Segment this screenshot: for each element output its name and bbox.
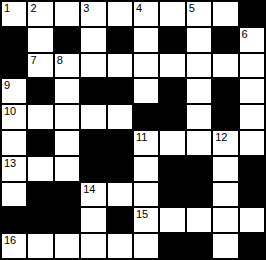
clue-number-11: 11 <box>136 131 147 144</box>
block-cell-r4c2 <box>28 79 52 103</box>
letter-cell-r5c5[interactable] <box>108 105 132 129</box>
letter-cell-r5c4[interactable] <box>81 105 105 129</box>
letter-cell-r10c9[interactable] <box>213 234 237 258</box>
letter-cell-r8c1[interactable] <box>2 183 26 207</box>
block-cell-r8c2 <box>28 183 52 207</box>
block-cell-r6c5 <box>108 131 132 155</box>
letter-cell-r6c9[interactable]: 12 <box>213 131 237 155</box>
letter-cell-r9c10[interactable] <box>240 208 264 232</box>
letter-cell-r9c7[interactable] <box>160 208 184 232</box>
block-cell-r9c1 <box>2 208 26 232</box>
letter-cell-r9c9[interactable] <box>213 208 237 232</box>
letter-cell-r2c10[interactable]: 6 <box>240 28 264 52</box>
letter-cell-r4c1[interactable]: 9 <box>2 79 26 103</box>
block-cell-r9c2 <box>28 208 52 232</box>
letter-cell-r2c6[interactable] <box>134 28 158 52</box>
block-cell-r3c1 <box>2 54 26 78</box>
block-cell-r7c10 <box>240 157 264 181</box>
letter-cell-r9c8[interactable] <box>187 208 211 232</box>
letter-cell-r1c1[interactable]: 1 <box>2 2 26 26</box>
block-cell-r10c8 <box>187 234 211 258</box>
block-cell-r2c9 <box>213 28 237 52</box>
letter-cell-r1c5[interactable] <box>108 2 132 26</box>
block-cell-r8c3 <box>55 183 79 207</box>
block-cell-r2c3 <box>55 28 79 52</box>
letter-cell-r6c1[interactable] <box>2 131 26 155</box>
clue-number-4: 4 <box>136 2 142 15</box>
clue-number-1: 1 <box>4 2 10 15</box>
letter-cell-r4c6[interactable] <box>134 79 158 103</box>
clue-number-13: 13 <box>4 157 16 170</box>
block-cell-r7c4 <box>81 157 105 181</box>
letter-cell-r3c4[interactable] <box>81 54 105 78</box>
letter-cell-r8c5[interactable] <box>108 183 132 207</box>
letter-cell-r7c1[interactable]: 13 <box>2 157 26 181</box>
letter-cell-r10c5[interactable] <box>108 234 132 258</box>
block-cell-r9c3 <box>55 208 79 232</box>
block-cell-r5c9 <box>213 105 237 129</box>
letter-cell-r5c1[interactable]: 10 <box>2 105 26 129</box>
block-cell-r9c5 <box>108 208 132 232</box>
letter-cell-r2c4[interactable] <box>81 28 105 52</box>
letter-cell-r1c9[interactable] <box>213 2 237 26</box>
letter-cell-r10c4[interactable] <box>81 234 105 258</box>
letter-cell-r3c5[interactable] <box>108 54 132 78</box>
block-cell-r10c10 <box>240 234 264 258</box>
block-cell-r7c8 <box>187 157 211 181</box>
clue-number-16: 16 <box>4 234 16 247</box>
block-cell-r7c7 <box>160 157 184 181</box>
block-cell-r5c7 <box>160 105 184 129</box>
clue-number-5: 5 <box>189 2 195 15</box>
clue-number-6: 6 <box>242 28 248 41</box>
letter-cell-r10c1[interactable]: 16 <box>2 234 26 258</box>
letter-cell-r5c2[interactable] <box>28 105 52 129</box>
letter-cell-r2c2[interactable] <box>28 28 52 52</box>
block-cell-r6c2 <box>28 131 52 155</box>
clue-number-3: 3 <box>83 2 89 15</box>
letter-cell-r10c6[interactable] <box>134 234 158 258</box>
letter-cell-r1c8[interactable]: 5 <box>187 2 211 26</box>
block-cell-r6c4 <box>81 131 105 155</box>
block-cell-r8c8 <box>187 183 211 207</box>
block-cell-r4c7 <box>160 79 184 103</box>
letter-cell-r3c6[interactable] <box>134 54 158 78</box>
letter-cell-r8c6[interactable] <box>134 183 158 207</box>
letter-cell-r4c10[interactable] <box>240 79 264 103</box>
block-cell-r8c10 <box>240 183 264 207</box>
letter-cell-r7c6[interactable] <box>134 157 158 181</box>
letter-cell-r4c3[interactable] <box>55 79 79 103</box>
block-cell-r10c7 <box>160 234 184 258</box>
letter-cell-r5c8[interactable] <box>187 105 211 129</box>
letter-cell-r6c8[interactable] <box>187 131 211 155</box>
block-cell-r8c7 <box>160 183 184 207</box>
letter-cell-r7c3[interactable] <box>55 157 79 181</box>
letter-cell-r6c7[interactable] <box>160 131 184 155</box>
letter-cell-r10c3[interactable] <box>55 234 79 258</box>
block-cell-r2c5 <box>108 28 132 52</box>
clue-number-7: 7 <box>30 54 36 67</box>
letter-cell-r6c6[interactable]: 11 <box>134 131 158 155</box>
letter-cell-r4c8[interactable] <box>187 79 211 103</box>
letter-cell-r1c2[interactable]: 2 <box>28 2 52 26</box>
letter-cell-r6c10[interactable] <box>240 131 264 155</box>
letter-cell-r1c7[interactable] <box>160 2 184 26</box>
letter-cell-r9c6[interactable]: 15 <box>134 208 158 232</box>
clue-number-9: 9 <box>4 79 10 92</box>
letter-cell-r3c9[interactable] <box>213 54 237 78</box>
block-cell-r7c5 <box>108 157 132 181</box>
clue-number-14: 14 <box>83 183 95 196</box>
crossword-board: 12345678910111213141516 <box>0 0 266 260</box>
letter-cell-r3c2[interactable]: 7 <box>28 54 52 78</box>
letter-cell-r1c6[interactable]: 4 <box>134 2 158 26</box>
letter-cell-r6c3[interactable] <box>55 131 79 155</box>
block-cell-r4c5 <box>108 79 132 103</box>
letter-cell-r3c7[interactable] <box>160 54 184 78</box>
letter-cell-r3c3[interactable]: 8 <box>55 54 79 78</box>
clue-number-8: 8 <box>57 54 63 67</box>
letter-cell-r1c4[interactable]: 3 <box>81 2 105 26</box>
clue-number-2: 2 <box>30 2 36 15</box>
block-cell-r4c4 <box>81 79 105 103</box>
clue-number-15: 15 <box>136 208 148 221</box>
block-cell-r4c9 <box>213 79 237 103</box>
letter-cell-r2c8[interactable] <box>187 28 211 52</box>
block-cell-r2c1 <box>2 28 26 52</box>
letter-cell-r8c9[interactable] <box>213 183 237 207</box>
letter-cell-r7c2[interactable] <box>28 157 52 181</box>
letter-cell-r10c2[interactable] <box>28 234 52 258</box>
letter-cell-r1c3[interactable] <box>55 2 79 26</box>
letter-cell-r7c9[interactable] <box>213 157 237 181</box>
letter-cell-r8c4[interactable]: 14 <box>81 183 105 207</box>
block-cell-r2c7 <box>160 28 184 52</box>
letter-cell-r3c10[interactable] <box>240 54 264 78</box>
clue-number-10: 10 <box>4 105 16 118</box>
clue-number-12: 12 <box>215 131 227 144</box>
letter-cell-r3c8[interactable] <box>187 54 211 78</box>
letter-cell-r9c4[interactable] <box>81 208 105 232</box>
block-cell-r1c10 <box>240 2 264 26</box>
letter-cell-r5c3[interactable] <box>55 105 79 129</box>
block-cell-r5c6 <box>134 105 158 129</box>
letter-cell-r5c10[interactable] <box>240 105 264 129</box>
